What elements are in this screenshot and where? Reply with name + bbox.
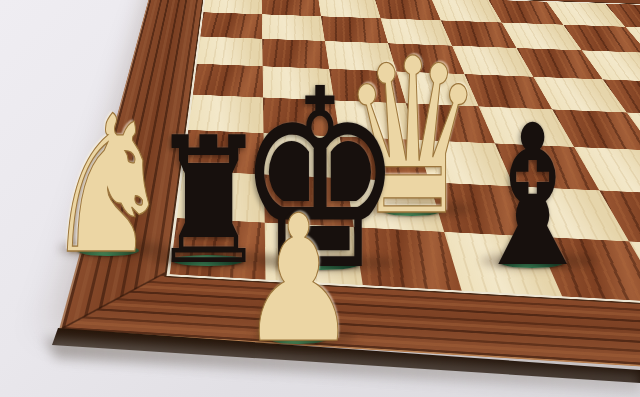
black-bishop-glyph: ♝ <box>459 99 605 294</box>
chess-photo-scene: ♛♝♚♜♞♟ <box>0 0 640 397</box>
white-knight-glyph: ♞ <box>37 91 180 281</box>
piece-layer: ♛♝♚♜♞♟ <box>0 0 640 397</box>
white-pawn-glyph: ♟ <box>232 192 363 367</box>
